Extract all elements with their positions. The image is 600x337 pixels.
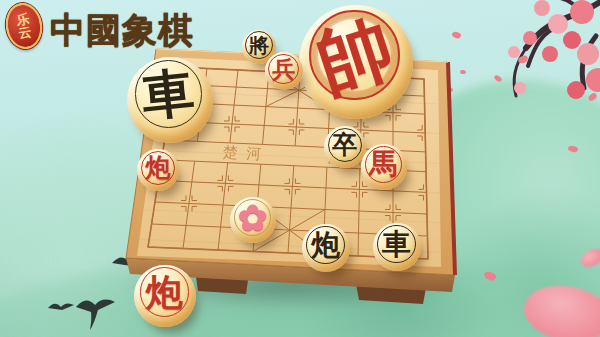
piece-ring: 帥 — [309, 10, 400, 101]
piece-ring: 將 — [245, 31, 273, 59]
publisher-badge: 乐 云 — [3, 0, 46, 51]
piece-glyph: 炮 — [146, 274, 183, 311]
badge-text-bottom: 云 — [18, 25, 33, 40]
piece-glyph: 帥 — [308, 8, 401, 101]
piece-帥[interactable]: 帥 — [299, 5, 413, 119]
piece-ring: 馬 — [365, 146, 402, 183]
game-loading-screen: 楚河汉界 將帥兵車卒馬炮✿車炮炮 乐 云 中國象棋 — [0, 0, 600, 337]
piece-ring: 兵 — [268, 54, 299, 85]
piece-glyph: 卒 — [332, 132, 357, 157]
piece-車[interactable]: 車 — [373, 223, 421, 271]
piece-炮[interactable]: 炮 — [302, 224, 350, 272]
piece-兵[interactable]: 兵 — [265, 52, 303, 90]
piece-glyph: 車 — [382, 230, 411, 259]
piece-glyph: 炮 — [145, 155, 170, 180]
piece-glyph: 兵 — [272, 57, 295, 80]
app-title: 中國象棋 — [50, 7, 194, 54]
piece-ring: 炮 — [141, 151, 175, 185]
piece-glyph: ✿ — [238, 200, 267, 235]
piece-✿[interactable]: ✿ — [230, 197, 276, 243]
piece-ring: 卒 — [328, 128, 362, 162]
piece-ring: 炮 — [140, 267, 189, 316]
piece-glyph: 車 — [140, 66, 197, 123]
piece-glyph: 馬 — [370, 150, 398, 178]
piece-炮[interactable]: 炮 — [137, 149, 179, 191]
piece-ring: 車 — [135, 60, 202, 127]
piece-ring: ✿ — [234, 199, 271, 236]
piece-ring: 車 — [377, 225, 415, 263]
piece-glyph: 炮 — [311, 231, 340, 260]
piece-馬[interactable]: 馬 — [361, 144, 407, 190]
piece-炮[interactable]: 炮 — [134, 265, 196, 327]
app-logo: 乐 云 中國象棋 — [6, 3, 194, 54]
piece-ring: 炮 — [306, 226, 344, 264]
piece-車[interactable]: 車 — [127, 57, 213, 143]
piece-卒[interactable]: 卒 — [324, 126, 366, 168]
piece-glyph: 將 — [249, 35, 269, 55]
